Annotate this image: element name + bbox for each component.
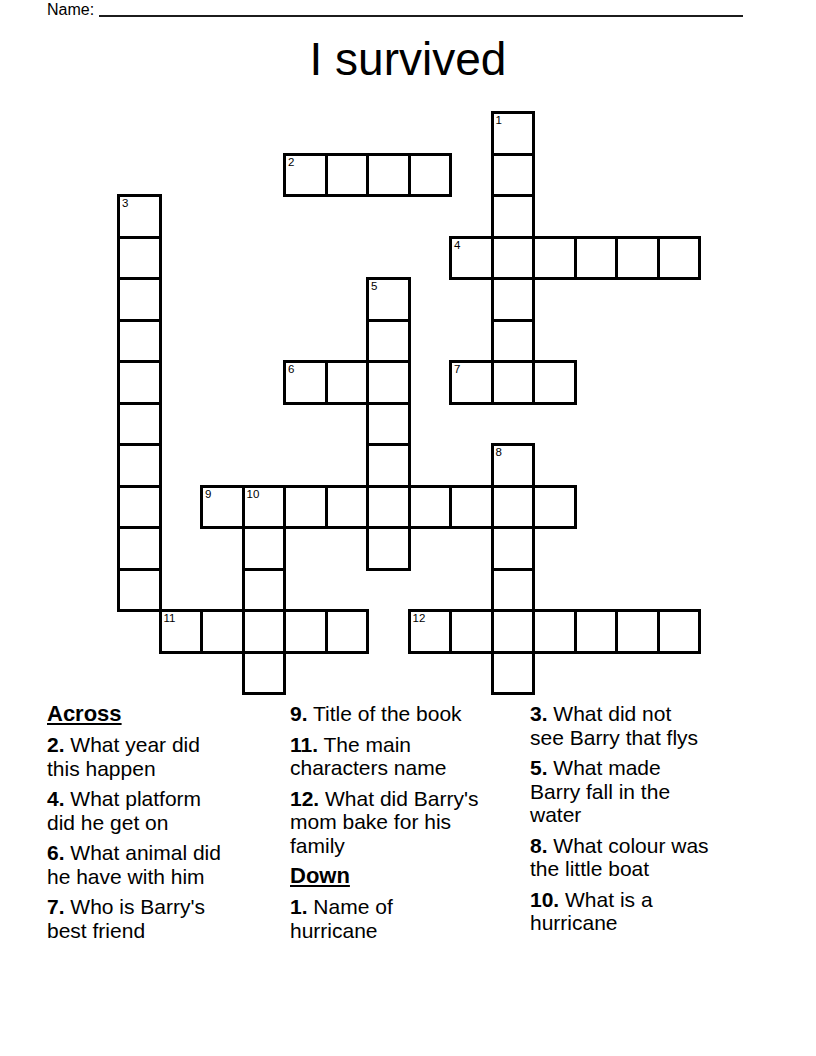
cell-number: 3 xyxy=(122,197,128,209)
crossword-cell[interactable]: 1 xyxy=(491,111,536,156)
crossword-cell[interactable] xyxy=(491,153,536,198)
crossword-cell[interactable] xyxy=(615,609,660,654)
clue-item: 8. What colour was the little boat xyxy=(530,834,785,881)
crossword-cell[interactable] xyxy=(491,277,536,322)
clue-number: 12. xyxy=(290,787,319,810)
clue-number: 5. xyxy=(530,756,548,779)
clue-text: What year did this happen xyxy=(47,733,200,780)
cell-number: 10 xyxy=(247,488,260,500)
crossword-cell[interactable] xyxy=(615,236,660,281)
crossword-cell[interactable] xyxy=(532,360,577,405)
clue-text: What did Barry's mom bake for his family xyxy=(290,787,478,857)
crossword-cell[interactable]: 6 xyxy=(283,360,328,405)
cell-number: 4 xyxy=(454,239,460,251)
cell-number: 11 xyxy=(164,612,176,624)
crossword-cell[interactable] xyxy=(117,402,162,447)
clue-text: Who is Barry's best friend xyxy=(47,895,205,942)
crossword-cell[interactable] xyxy=(242,568,287,613)
crossword-cell[interactable] xyxy=(325,360,370,405)
clue-item: 5. What made Barry fall in the water xyxy=(530,756,785,827)
crossword-cell[interactable]: 8 xyxy=(491,443,536,488)
clue-text: What platform did he get on xyxy=(47,787,201,834)
clue-item: 12. What did Barry's mom bake for his fa… xyxy=(290,787,520,858)
crossword-cell[interactable] xyxy=(117,277,162,322)
clue-item: 1. Name of hurricane xyxy=(290,895,520,942)
crossword-cell[interactable] xyxy=(657,236,702,281)
crossword-cell[interactable]: 9 xyxy=(200,485,245,530)
clue-number: 4. xyxy=(47,787,65,810)
name-fill-line[interactable] xyxy=(99,1,743,17)
cell-number: 12 xyxy=(413,612,426,624)
clue-number: 2. xyxy=(47,733,65,756)
crossword-cell[interactable]: 11 xyxy=(159,609,204,654)
crossword-cell[interactable]: 7 xyxy=(449,360,494,405)
crossword-cell[interactable] xyxy=(366,319,411,364)
clue-item: 4. What platform did he get on xyxy=(47,787,282,834)
clue-column-3: 3. What did not see Barry that flys5. Wh… xyxy=(530,702,785,942)
clue-number: 10. xyxy=(530,888,559,911)
puzzle-title: I survived xyxy=(0,33,816,86)
clue-text: What made Barry fall in the water xyxy=(530,756,670,826)
crossword-cell[interactable]: 2 xyxy=(283,153,328,198)
crossword-cell[interactable] xyxy=(449,485,494,530)
crossword-cell[interactable] xyxy=(408,485,453,530)
cell-number: 6 xyxy=(288,363,294,375)
crossword-cell[interactable]: 3 xyxy=(117,194,162,239)
clue-item: 2. What year did this happen xyxy=(47,733,282,780)
clue-item: 6. What animal did he have with him xyxy=(47,841,282,888)
crossword-cell[interactable] xyxy=(117,360,162,405)
cell-number: 1 xyxy=(496,114,502,126)
crossword-cell[interactable] xyxy=(200,609,245,654)
crossword-cell[interactable] xyxy=(491,360,536,405)
crossword-cell[interactable] xyxy=(283,609,328,654)
clue-item: 11. The main characters name xyxy=(290,733,520,780)
clue-number: 3. xyxy=(530,702,548,725)
cell-number: 7 xyxy=(454,363,460,375)
clue-number: 1. xyxy=(290,895,308,918)
clue-number: 8. xyxy=(530,834,548,857)
crossword-cell[interactable] xyxy=(117,236,162,281)
crossword-cell[interactable] xyxy=(532,236,577,281)
crossword-cell[interactable] xyxy=(491,651,536,696)
crossword-cell[interactable] xyxy=(366,153,411,198)
crossword-cell[interactable] xyxy=(491,609,536,654)
clue-number: 9. xyxy=(290,702,308,725)
crossword-cell[interactable]: 4 xyxy=(449,236,494,281)
clue-text: Title of the book xyxy=(308,702,462,725)
crossword-cell[interactable] xyxy=(574,236,619,281)
crossword-cell[interactable] xyxy=(491,319,536,364)
clue-number: 11. xyxy=(290,733,318,756)
cell-number: 5 xyxy=(371,280,377,292)
crossword-cell[interactable] xyxy=(366,360,411,405)
clue-section-heading: Across xyxy=(47,702,282,726)
clue-column-1: Across2. What year did this happen4. Wha… xyxy=(47,702,282,949)
clue-item: 10. What is a hurricane xyxy=(530,888,785,935)
crossword-cell[interactable] xyxy=(491,526,536,571)
crossword-cell[interactable] xyxy=(366,443,411,488)
crossword-cell[interactable] xyxy=(242,526,287,571)
crossword-cell[interactable] xyxy=(491,568,536,613)
cell-number: 2 xyxy=(288,156,294,168)
crossword-cell[interactable]: 12 xyxy=(408,609,453,654)
clue-item: 7. Who is Barry's best friend xyxy=(47,895,282,942)
crossword-cell[interactable] xyxy=(491,194,536,239)
clue-text: What colour was the little boat xyxy=(530,834,709,881)
crossword-cell[interactable] xyxy=(117,485,162,530)
crossword-cell[interactable] xyxy=(408,153,453,198)
crossword-cell[interactable] xyxy=(117,526,162,571)
crossword-cell[interactable] xyxy=(325,485,370,530)
crossword-cell[interactable] xyxy=(242,609,287,654)
crossword-cell[interactable] xyxy=(491,485,536,530)
clue-text: What did not see Barry that flys xyxy=(530,702,698,749)
crossword-cell[interactable] xyxy=(532,485,577,530)
crossword-cell[interactable] xyxy=(325,609,370,654)
clue-item: 9. Title of the book xyxy=(290,702,520,726)
crossword-cell[interactable] xyxy=(117,568,162,613)
clue-number: 7. xyxy=(47,895,65,918)
crossword-cell[interactable] xyxy=(491,236,536,281)
crossword-cell[interactable] xyxy=(657,609,702,654)
crossword-cell[interactable] xyxy=(325,153,370,198)
cell-number: 8 xyxy=(496,446,502,458)
crossword-cell[interactable] xyxy=(366,485,411,530)
clue-column-2: 9. Title of the book11. The main charact… xyxy=(290,702,520,949)
crossword-cell[interactable] xyxy=(532,609,577,654)
crossword-cell[interactable] xyxy=(366,402,411,447)
crossword-cell[interactable] xyxy=(366,526,411,571)
crossword-cell[interactable] xyxy=(117,319,162,364)
crossword-cell[interactable] xyxy=(574,609,619,654)
clue-number: 6. xyxy=(47,841,65,864)
crossword-cell[interactable]: 10 xyxy=(242,485,287,530)
crossword-cell[interactable] xyxy=(117,443,162,488)
crossword-cell[interactable] xyxy=(242,651,287,696)
cell-number: 9 xyxy=(205,488,211,500)
clue-text: What animal did he have with him xyxy=(47,841,221,888)
crossword-cell[interactable]: 5 xyxy=(366,277,411,322)
clue-section-heading: Down xyxy=(290,864,520,888)
clue-item: 3. What did not see Barry that flys xyxy=(530,702,785,749)
crossword-cell[interactable] xyxy=(283,485,328,530)
crossword-cell[interactable] xyxy=(449,609,494,654)
name-label: Name: xyxy=(47,1,94,19)
crossword-grid: 123456789101112 xyxy=(117,111,698,692)
